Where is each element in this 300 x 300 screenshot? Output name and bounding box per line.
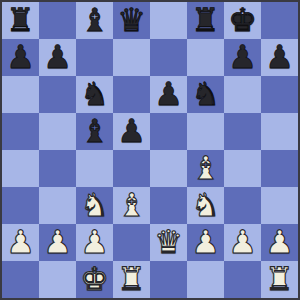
square-f3[interactable]: ♞ xyxy=(187,187,224,224)
square-d6[interactable] xyxy=(113,76,150,113)
white-bishop[interactable]: ♝ xyxy=(191,152,220,184)
black-knight[interactable]: ♞ xyxy=(191,78,220,110)
black-pawn[interactable]: ♟ xyxy=(154,78,183,110)
square-b3[interactable] xyxy=(39,187,76,224)
square-c7[interactable] xyxy=(76,39,113,76)
square-e1[interactable] xyxy=(150,261,187,298)
square-c8[interactable]: ♝ xyxy=(76,2,113,39)
square-h2[interactable]: ♟ xyxy=(261,224,298,261)
square-d2[interactable] xyxy=(113,224,150,261)
white-pawn[interactable]: ♟ xyxy=(80,226,109,258)
square-c3[interactable]: ♞ xyxy=(76,187,113,224)
black-pawn[interactable]: ♟ xyxy=(265,41,294,73)
black-knight[interactable]: ♞ xyxy=(80,78,109,110)
square-e6[interactable]: ♟ xyxy=(150,76,187,113)
white-knight[interactable]: ♞ xyxy=(191,189,220,221)
square-b7[interactable]: ♟ xyxy=(39,39,76,76)
black-bishop[interactable]: ♝ xyxy=(80,4,109,36)
square-d3[interactable]: ♝ xyxy=(113,187,150,224)
white-rook[interactable]: ♜ xyxy=(117,263,146,295)
white-rook[interactable]: ♜ xyxy=(265,263,294,295)
square-f2[interactable]: ♟ xyxy=(187,224,224,261)
square-b4[interactable] xyxy=(39,150,76,187)
square-d4[interactable] xyxy=(113,150,150,187)
square-g3[interactable] xyxy=(224,187,261,224)
white-knight[interactable]: ♞ xyxy=(80,189,109,221)
white-pawn[interactable]: ♟ xyxy=(6,226,35,258)
chess-board: ♜♝♛♜♚♟♟♟♟♞♟♞♝♟♝♞♝♞♟♟♟♛♟♟♟♚♜♜ xyxy=(0,0,300,300)
black-queen[interactable]: ♛ xyxy=(117,4,146,36)
square-b2[interactable]: ♟ xyxy=(39,224,76,261)
white-pawn[interactable]: ♟ xyxy=(265,226,294,258)
square-h6[interactable] xyxy=(261,76,298,113)
square-a5[interactable] xyxy=(2,113,39,150)
square-e4[interactable] xyxy=(150,150,187,187)
black-bishop[interactable]: ♝ xyxy=(80,115,109,147)
square-e5[interactable] xyxy=(150,113,187,150)
square-a4[interactable] xyxy=(2,150,39,187)
square-b6[interactable] xyxy=(39,76,76,113)
square-g4[interactable] xyxy=(224,150,261,187)
square-c5[interactable]: ♝ xyxy=(76,113,113,150)
black-pawn[interactable]: ♟ xyxy=(117,115,146,147)
chess-board-wrapper: ♜♝♛♜♚♟♟♟♟♞♟♞♝♟♝♞♝♞♟♟♟♛♟♟♟♚♜♜ xyxy=(0,0,300,300)
square-f1[interactable] xyxy=(187,261,224,298)
square-h5[interactable] xyxy=(261,113,298,150)
square-b8[interactable] xyxy=(39,2,76,39)
square-h4[interactable] xyxy=(261,150,298,187)
white-queen[interactable]: ♛ xyxy=(154,226,183,258)
square-c4[interactable] xyxy=(76,150,113,187)
square-e8[interactable] xyxy=(150,2,187,39)
square-c2[interactable]: ♟ xyxy=(76,224,113,261)
square-g2[interactable]: ♟ xyxy=(224,224,261,261)
black-rook[interactable]: ♜ xyxy=(191,4,220,36)
square-g8[interactable]: ♚ xyxy=(224,2,261,39)
square-b5[interactable] xyxy=(39,113,76,150)
square-a1[interactable] xyxy=(2,261,39,298)
black-pawn[interactable]: ♟ xyxy=(43,41,72,73)
square-f4[interactable]: ♝ xyxy=(187,150,224,187)
white-bishop[interactable]: ♝ xyxy=(117,189,146,221)
square-d5[interactable]: ♟ xyxy=(113,113,150,150)
black-rook[interactable]: ♜ xyxy=(6,4,35,36)
white-pawn[interactable]: ♟ xyxy=(228,226,257,258)
square-g5[interactable] xyxy=(224,113,261,150)
white-king[interactable]: ♚ xyxy=(80,263,109,295)
square-h8[interactable] xyxy=(261,2,298,39)
black-king[interactable]: ♚ xyxy=(228,4,257,36)
square-d8[interactable]: ♛ xyxy=(113,2,150,39)
square-f6[interactable]: ♞ xyxy=(187,76,224,113)
square-f5[interactable] xyxy=(187,113,224,150)
square-h3[interactable] xyxy=(261,187,298,224)
square-g6[interactable] xyxy=(224,76,261,113)
black-pawn[interactable]: ♟ xyxy=(228,41,257,73)
square-c6[interactable]: ♞ xyxy=(76,76,113,113)
square-g7[interactable]: ♟ xyxy=(224,39,261,76)
square-e3[interactable] xyxy=(150,187,187,224)
square-a7[interactable]: ♟ xyxy=(2,39,39,76)
square-g1[interactable] xyxy=(224,261,261,298)
square-c1[interactable]: ♚ xyxy=(76,261,113,298)
square-f8[interactable]: ♜ xyxy=(187,2,224,39)
square-a3[interactable] xyxy=(2,187,39,224)
black-pawn[interactable]: ♟ xyxy=(6,41,35,73)
white-pawn[interactable]: ♟ xyxy=(191,226,220,258)
square-a8[interactable]: ♜ xyxy=(2,2,39,39)
square-h1[interactable]: ♜ xyxy=(261,261,298,298)
white-pawn[interactable]: ♟ xyxy=(43,226,72,258)
square-d1[interactable]: ♜ xyxy=(113,261,150,298)
square-a6[interactable] xyxy=(2,76,39,113)
square-a2[interactable]: ♟ xyxy=(2,224,39,261)
square-b1[interactable] xyxy=(39,261,76,298)
square-e7[interactable] xyxy=(150,39,187,76)
square-e2[interactable]: ♛ xyxy=(150,224,187,261)
square-h7[interactable]: ♟ xyxy=(261,39,298,76)
square-d7[interactable] xyxy=(113,39,150,76)
square-f7[interactable] xyxy=(187,39,224,76)
